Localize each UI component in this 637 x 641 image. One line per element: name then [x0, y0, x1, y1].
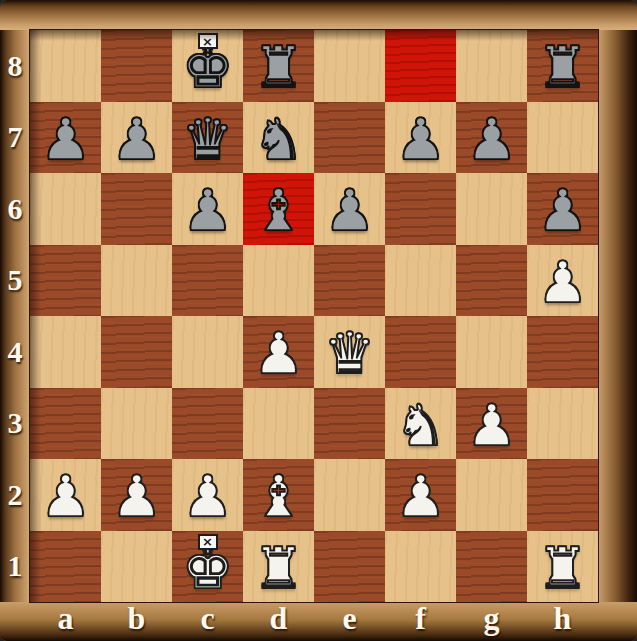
- square-b6[interactable]: [101, 173, 172, 245]
- square-h2[interactable]: [527, 459, 598, 531]
- piece-white-pawn[interactable]: ♟: [456, 397, 527, 454]
- square-d2[interactable]: ♝: [243, 459, 314, 531]
- piece-white-pawn[interactable]: ♟: [172, 468, 243, 525]
- piece-white-pawn[interactable]: ♟: [385, 468, 456, 525]
- square-g4[interactable]: [456, 316, 527, 388]
- square-f2[interactable]: ♟: [385, 459, 456, 531]
- square-b1[interactable]: [101, 531, 172, 603]
- square-d7[interactable]: ♞: [243, 102, 314, 174]
- square-e1[interactable]: [314, 531, 385, 603]
- square-d4[interactable]: ♟: [243, 316, 314, 388]
- piece-white-pawn[interactable]: ♟: [243, 325, 314, 382]
- piece-black-pawn[interactable]: ♟: [527, 182, 598, 239]
- square-a8[interactable]: [30, 30, 101, 102]
- square-c1[interactable]: ♚×: [172, 531, 243, 603]
- file-label-c: c: [172, 599, 243, 638]
- king-flag-icon: ×: [198, 33, 218, 49]
- piece-white-knight[interactable]: ♞: [385, 397, 456, 454]
- square-e8[interactable]: [314, 30, 385, 102]
- piece-black-rook[interactable]: ♜: [527, 39, 598, 96]
- rank-label-5: 5: [0, 245, 30, 317]
- square-a7[interactable]: ♟: [30, 102, 101, 174]
- square-b8[interactable]: [101, 30, 172, 102]
- square-c4[interactable]: [172, 316, 243, 388]
- piece-white-rook[interactable]: ♜: [527, 540, 598, 597]
- square-d1[interactable]: ♜: [243, 531, 314, 603]
- piece-black-rook[interactable]: ♜: [243, 39, 314, 96]
- file-label-h: h: [527, 599, 598, 638]
- king-flag-icon: ×: [198, 534, 218, 550]
- piece-black-pawn[interactable]: ♟: [172, 182, 243, 239]
- square-a2[interactable]: ♟: [30, 459, 101, 531]
- square-c8[interactable]: ♚×: [172, 30, 243, 102]
- rank-label-8: 8: [0, 30, 30, 102]
- piece-black-pawn[interactable]: ♟: [101, 111, 172, 168]
- square-d6[interactable]: ♝: [243, 173, 314, 245]
- board-frame-top: [0, 0, 637, 30]
- piece-black-pawn[interactable]: ♟: [30, 111, 101, 168]
- piece-white-rook[interactable]: ♜: [243, 540, 314, 597]
- square-d5[interactable]: [243, 245, 314, 317]
- piece-white-queen[interactable]: ♛: [314, 325, 385, 382]
- square-f8[interactable]: [385, 30, 456, 102]
- square-e7[interactable]: [314, 102, 385, 174]
- square-e2[interactable]: [314, 459, 385, 531]
- rank-label-7: 7: [0, 102, 30, 174]
- piece-black-pawn[interactable]: ♟: [456, 111, 527, 168]
- square-g5[interactable]: [456, 245, 527, 317]
- square-h5[interactable]: ♟: [527, 245, 598, 317]
- square-f6[interactable]: [385, 173, 456, 245]
- square-h8[interactable]: ♜: [527, 30, 598, 102]
- piece-white-pawn[interactable]: ♟: [527, 254, 598, 311]
- rank-label-3: 3: [0, 388, 30, 460]
- square-g2[interactable]: [456, 459, 527, 531]
- square-b7[interactable]: ♟: [101, 102, 172, 174]
- chessboard-window: ♚×♜♜♟♟♛♞♟♟♟♝♟♟♟♟♛♞♟♟♟♟♝♟♚×♜♜ 8 7 6 5 4 3…: [0, 0, 637, 641]
- square-c5[interactable]: [172, 245, 243, 317]
- piece-black-knight[interactable]: ♞: [243, 111, 314, 168]
- square-e4[interactable]: ♛: [314, 316, 385, 388]
- board: ♚×♜♜♟♟♛♞♟♟♟♝♟♟♟♟♛♞♟♟♟♟♝♟♚×♜♜: [30, 30, 598, 602]
- file-label-f: f: [385, 599, 456, 638]
- piece-black-pawn[interactable]: ♟: [385, 111, 456, 168]
- file-labels: a b c d e f g h: [30, 602, 598, 641]
- square-f1[interactable]: [385, 531, 456, 603]
- square-b4[interactable]: [101, 316, 172, 388]
- square-h6[interactable]: ♟: [527, 173, 598, 245]
- rank-label-1: 1: [0, 531, 30, 603]
- piece-white-pawn[interactable]: ♟: [30, 468, 101, 525]
- square-a5[interactable]: [30, 245, 101, 317]
- square-c6[interactable]: ♟: [172, 173, 243, 245]
- rank-label-4: 4: [0, 316, 30, 388]
- square-c2[interactable]: ♟: [172, 459, 243, 531]
- square-f7[interactable]: ♟: [385, 102, 456, 174]
- piece-white-pawn[interactable]: ♟: [101, 468, 172, 525]
- square-f4[interactable]: [385, 316, 456, 388]
- square-h4[interactable]: [527, 316, 598, 388]
- square-f5[interactable]: [385, 245, 456, 317]
- piece-white-bishop[interactable]: ♝: [243, 468, 314, 525]
- square-b5[interactable]: [101, 245, 172, 317]
- square-b2[interactable]: ♟: [101, 459, 172, 531]
- square-e3[interactable]: [314, 388, 385, 460]
- rank-label-6: 6: [0, 173, 30, 245]
- square-h1[interactable]: ♜: [527, 531, 598, 603]
- square-h7[interactable]: [527, 102, 598, 174]
- square-h3[interactable]: [527, 388, 598, 460]
- square-a4[interactable]: [30, 316, 101, 388]
- file-label-g: g: [456, 599, 527, 638]
- board-frame-right: [598, 0, 637, 641]
- square-g6[interactable]: [456, 173, 527, 245]
- file-label-a: a: [30, 599, 101, 638]
- piece-black-queen[interactable]: ♛: [172, 111, 243, 168]
- square-g8[interactable]: [456, 30, 527, 102]
- square-c3[interactable]: [172, 388, 243, 460]
- square-b3[interactable]: [101, 388, 172, 460]
- square-d3[interactable]: [243, 388, 314, 460]
- square-a6[interactable]: [30, 173, 101, 245]
- square-e5[interactable]: [314, 245, 385, 317]
- square-g1[interactable]: [456, 531, 527, 603]
- square-f3[interactable]: ♞: [385, 388, 456, 460]
- rank-labels: 8 7 6 5 4 3 2 1: [0, 30, 30, 602]
- piece-black-pawn[interactable]: ♟: [314, 182, 385, 239]
- square-g7[interactable]: ♟: [456, 102, 527, 174]
- square-c7[interactable]: ♛: [172, 102, 243, 174]
- file-label-e: e: [314, 599, 385, 638]
- square-a1[interactable]: [30, 531, 101, 603]
- rank-label-2: 2: [0, 459, 30, 531]
- file-label-b: b: [101, 599, 172, 638]
- file-label-d: d: [243, 599, 314, 638]
- piece-black-bishop[interactable]: ♝: [243, 182, 314, 239]
- square-d8[interactable]: ♜: [243, 30, 314, 102]
- square-a3[interactable]: [30, 388, 101, 460]
- square-e6[interactable]: ♟: [314, 173, 385, 245]
- square-g3[interactable]: ♟: [456, 388, 527, 460]
